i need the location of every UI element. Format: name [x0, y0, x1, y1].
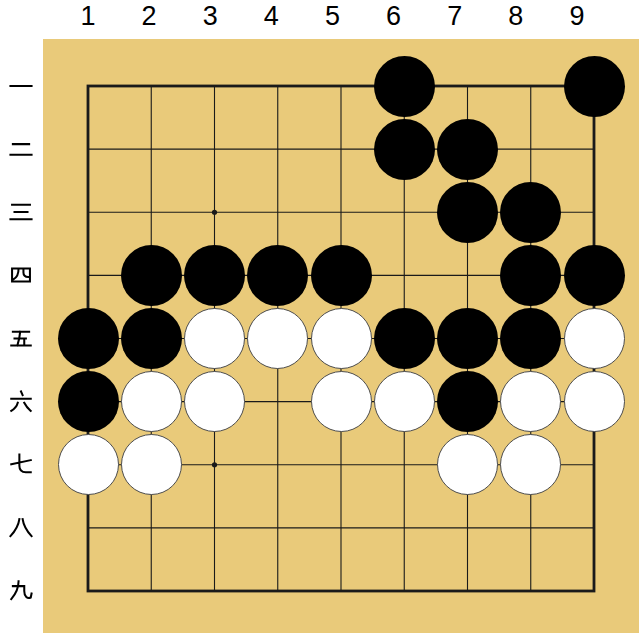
white-stone — [564, 308, 625, 369]
row-label-glyph — [8, 262, 34, 288]
black-stone — [121, 245, 182, 306]
black-stone — [184, 245, 245, 306]
white-stone — [437, 434, 498, 495]
black-stone — [437, 371, 498, 432]
black-stone — [374, 56, 435, 117]
white-stone — [121, 371, 182, 432]
row-label-glyph — [8, 136, 34, 162]
go-board[interactable] — [43, 39, 639, 633]
column-label: 8 — [508, 3, 523, 30]
white-stone — [564, 371, 625, 432]
row-label — [8, 262, 34, 288]
black-stone — [437, 119, 498, 180]
black-stone — [437, 182, 498, 243]
white-stone — [311, 308, 372, 369]
row-label-glyph — [8, 452, 34, 478]
white-stone — [58, 434, 119, 495]
column-label: 9 — [569, 3, 584, 30]
white-stone — [374, 371, 435, 432]
black-stone — [564, 56, 625, 117]
row-label-glyph — [8, 326, 34, 352]
black-stone — [58, 308, 119, 369]
row-label — [8, 136, 34, 162]
white-stone — [184, 371, 245, 432]
column-label: 5 — [325, 3, 340, 30]
black-stone — [564, 245, 625, 306]
black-stone — [500, 245, 561, 306]
column-label: 6 — [386, 3, 401, 30]
white-stone — [311, 371, 372, 432]
white-stone — [184, 308, 245, 369]
black-stone — [374, 119, 435, 180]
star-point — [212, 210, 217, 215]
black-stone — [500, 182, 561, 243]
white-stone — [500, 371, 561, 432]
column-label: 4 — [264, 3, 279, 30]
row-label-glyph — [8, 389, 34, 415]
row-label — [8, 452, 34, 478]
row-label-glyph — [8, 515, 34, 541]
black-stone — [247, 245, 308, 306]
row-label — [8, 389, 34, 415]
row-label — [8, 515, 34, 541]
row-label — [8, 73, 34, 99]
row-label — [8, 199, 34, 225]
black-stone — [58, 371, 119, 432]
column-label: 1 — [80, 3, 95, 30]
row-label — [8, 326, 34, 352]
black-stone — [437, 308, 498, 369]
white-stone — [121, 434, 182, 495]
black-stone — [374, 308, 435, 369]
star-point — [212, 462, 217, 467]
column-label: 3 — [203, 3, 218, 30]
page: 123456789 — [0, 0, 639, 638]
row-label-glyph — [8, 578, 34, 604]
column-label: 7 — [447, 3, 462, 30]
row-label-glyph — [8, 73, 34, 99]
black-stone — [311, 245, 372, 306]
row-label — [8, 578, 34, 604]
white-stone — [247, 308, 308, 369]
row-label-glyph — [8, 199, 34, 225]
black-stone — [121, 308, 182, 369]
column-label: 2 — [142, 3, 157, 30]
black-stone — [500, 308, 561, 369]
